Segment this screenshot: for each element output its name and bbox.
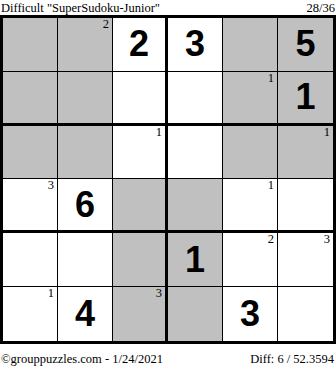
given-digit: 4 bbox=[58, 287, 112, 341]
given-digit: 3 bbox=[168, 18, 222, 71]
cell-r3c4[interactable] bbox=[168, 126, 223, 180]
cell-r2c2[interactable] bbox=[58, 72, 113, 126]
cell-r5c3[interactable] bbox=[113, 233, 168, 287]
pencil-mark: 1 bbox=[268, 178, 274, 193]
cell-r5c2[interactable] bbox=[58, 233, 113, 287]
cell-r6c2[interactable]: 4 bbox=[58, 287, 113, 341]
cell-r2c6[interactable]: 1 bbox=[278, 72, 333, 126]
cell-r6c4[interactable] bbox=[168, 287, 223, 341]
cell-r6c1[interactable]: 1 bbox=[3, 287, 58, 341]
cell-r6c3[interactable]: 3 bbox=[113, 287, 168, 341]
given-digit: 1 bbox=[168, 233, 222, 286]
pencil-mark: 3 bbox=[156, 286, 162, 301]
given-digit: 5 bbox=[278, 18, 333, 71]
puzzle-page: Difficult "SuperSudoku-Junior" 28/36 223… bbox=[0, 0, 336, 370]
given-digit: 2 bbox=[113, 18, 165, 71]
remaining-counter: 28/36 bbox=[307, 1, 335, 15]
cell-r4c4[interactable] bbox=[168, 179, 223, 233]
sudoku-board: 223511113611231433 bbox=[0, 15, 336, 344]
cell-r6c6[interactable] bbox=[278, 287, 333, 341]
cell-r4c1[interactable]: 3 bbox=[3, 179, 58, 233]
cell-r1c6[interactable]: 5 bbox=[278, 18, 333, 72]
cell-r3c6[interactable]: 1 bbox=[278, 126, 333, 180]
footer: ©grouppuzzles.com - 1/24/2021 Diff: 6 / … bbox=[0, 344, 336, 367]
given-digit: 1 bbox=[278, 72, 333, 123]
cell-r3c5[interactable] bbox=[223, 126, 278, 180]
pencil-mark: 2 bbox=[268, 232, 274, 247]
header: Difficult "SuperSudoku-Junior" 28/36 bbox=[0, 0, 336, 15]
cell-r5c5[interactable]: 2 bbox=[223, 233, 278, 287]
given-digit: 6 bbox=[58, 179, 112, 230]
pencil-mark: 1 bbox=[324, 125, 330, 140]
cell-r4c3[interactable] bbox=[113, 179, 168, 233]
given-digit: 3 bbox=[223, 287, 277, 341]
cell-r1c2[interactable]: 2 bbox=[58, 18, 113, 72]
cell-r4c5[interactable]: 1 bbox=[223, 179, 278, 233]
cell-r5c1[interactable] bbox=[3, 233, 58, 287]
cell-r1c5[interactable] bbox=[223, 18, 278, 72]
cell-r2c1[interactable] bbox=[3, 72, 58, 126]
cell-r2c4[interactable] bbox=[168, 72, 223, 126]
pencil-mark: 1 bbox=[48, 286, 54, 301]
cell-r1c4[interactable]: 3 bbox=[168, 18, 223, 72]
cell-r3c1[interactable] bbox=[3, 126, 58, 180]
pencil-mark: 3 bbox=[48, 178, 54, 193]
pencil-mark: 3 bbox=[324, 232, 330, 247]
cell-r4c6[interactable] bbox=[278, 179, 333, 233]
cell-r6c5[interactable]: 3 bbox=[223, 287, 278, 341]
cell-r2c5[interactable]: 1 bbox=[223, 72, 278, 126]
pencil-mark: 2 bbox=[103, 17, 109, 32]
cell-r1c3[interactable]: 2 bbox=[113, 18, 168, 72]
pencil-mark: 1 bbox=[268, 71, 274, 86]
cell-r4c2[interactable]: 6 bbox=[58, 179, 113, 233]
cell-r1c1[interactable] bbox=[3, 18, 58, 72]
cell-r3c2[interactable] bbox=[58, 126, 113, 180]
cell-r5c4[interactable]: 1 bbox=[168, 233, 223, 287]
puzzle-title: Difficult "SuperSudoku-Junior" bbox=[1, 1, 160, 15]
pencil-mark: 1 bbox=[156, 125, 162, 140]
cell-r2c3[interactable] bbox=[113, 72, 168, 126]
copyright-text: ©grouppuzzles.com - 1/24/2021 bbox=[1, 352, 163, 367]
cell-r3c3[interactable]: 1 bbox=[113, 126, 168, 180]
cell-r5c6[interactable]: 3 bbox=[278, 233, 333, 287]
difficulty-text: Diff: 6 / 52.3594 bbox=[250, 352, 334, 367]
